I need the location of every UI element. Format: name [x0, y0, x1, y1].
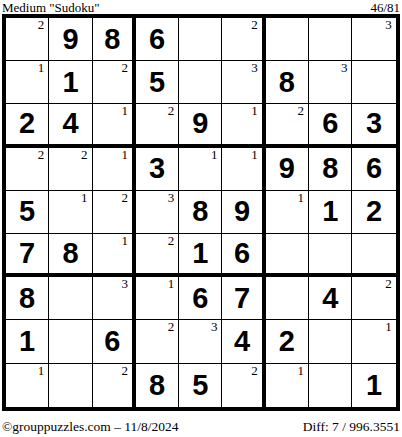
given-digit	[222, 104, 261, 143]
cell-r6c4[interactable]: 2	[136, 234, 179, 277]
given-digit	[179, 320, 221, 362]
given-digit: 9	[49, 18, 91, 60]
given-digit	[222, 61, 261, 103]
cell-r5c4[interactable]: 3	[136, 191, 179, 234]
given-digit: 5	[6, 191, 48, 233]
given-digit: 3	[136, 148, 178, 190]
cell-r1c5[interactable]	[179, 18, 222, 61]
cell-r5c8[interactable]: 1	[309, 191, 352, 234]
given-digit	[93, 148, 132, 190]
cell-r1c3[interactable]: 8	[93, 18, 136, 61]
cell-r5c6[interactable]: 9	[222, 191, 265, 234]
cell-r1c7[interactable]	[266, 18, 309, 61]
given-digit	[179, 18, 221, 60]
given-digit: 6	[222, 234, 261, 273]
cell-r6c8[interactable]	[309, 234, 352, 277]
cell-r9c1[interactable]: 1	[6, 364, 49, 407]
cell-r2c5[interactable]	[179, 61, 222, 104]
given-digit: 1	[49, 61, 91, 103]
cell-r8c4[interactable]: 2	[136, 320, 179, 363]
given-digit: 8	[93, 18, 132, 60]
cell-r9c6[interactable]: 2	[222, 364, 265, 407]
header: Medium "Sudoku" 46/81	[2, 1, 400, 14]
given-digit: 8	[179, 191, 221, 233]
given-digit	[179, 148, 221, 190]
cell-r1c2[interactable]: 9	[49, 18, 92, 61]
given-digit	[93, 234, 132, 273]
cell-r9c4[interactable]: 8	[136, 364, 179, 407]
cell-r6c2[interactable]: 8	[49, 234, 92, 277]
given-digit	[309, 234, 351, 273]
given-digit: 8	[49, 234, 91, 273]
given-digit	[136, 191, 178, 233]
cell-r3c2[interactable]: 4	[49, 104, 92, 147]
difficulty-text: Diff: 7 / 996.3551	[303, 420, 400, 434]
cell-r5c7[interactable]: 1	[266, 191, 309, 234]
cell-r8c7[interactable]: 2	[266, 320, 309, 363]
cell-r2c6[interactable]: 3	[222, 61, 265, 104]
cell-r8c5[interactable]: 3	[179, 320, 222, 363]
given-digit	[179, 61, 221, 103]
given-digit	[93, 104, 132, 143]
given-digit: 2	[6, 104, 48, 143]
given-digit: 6	[309, 104, 351, 143]
cell-r3c9[interactable]: 3	[352, 104, 395, 147]
cell-r3c5[interactable]: 9	[179, 104, 222, 147]
cell-r4c3[interactable]: 1	[93, 148, 136, 191]
cell-r9c8[interactable]	[309, 364, 352, 407]
given-digit	[309, 61, 351, 103]
given-digit: 9	[179, 104, 221, 143]
cell-r9c3[interactable]: 2	[93, 364, 136, 407]
cell-r5c9[interactable]: 2	[352, 191, 395, 234]
cell-r2c8[interactable]: 3	[309, 61, 352, 104]
given-digit	[136, 320, 178, 362]
cell-r4c7[interactable]: 9	[266, 148, 309, 191]
cell-r7c3[interactable]: 3	[93, 277, 136, 320]
given-digit	[49, 191, 91, 233]
cell-r1c1[interactable]: 2	[6, 18, 49, 61]
cell-r8c1[interactable]: 1	[6, 320, 49, 363]
cell-r7c1[interactable]: 8	[6, 277, 49, 320]
given-digit	[352, 277, 395, 319]
cell-r3c3[interactable]: 1	[93, 104, 136, 147]
given-digit: 4	[49, 104, 91, 143]
cell-r6c1[interactable]: 7	[6, 234, 49, 277]
given-digit: 8	[309, 148, 351, 190]
given-digit	[266, 18, 308, 60]
cell-r7c7[interactable]	[266, 277, 309, 320]
given-digit	[222, 364, 261, 407]
cell-r3c4[interactable]: 2	[136, 104, 179, 147]
cell-r1c6[interactable]: 2	[222, 18, 265, 61]
cell-r4c2[interactable]: 2	[49, 148, 92, 191]
cell-r4c9[interactable]: 6	[352, 148, 395, 191]
footer: ©grouppuzzles.com – 11/8/2024 Diff: 7 / …	[2, 420, 400, 434]
cell-r3c1[interactable]: 2	[6, 104, 49, 147]
cell-r2c2[interactable]: 1	[49, 61, 92, 104]
cell-r2c7[interactable]: 8	[266, 61, 309, 104]
cell-r3c8[interactable]: 6	[309, 104, 352, 147]
sudoku-page: Medium "Sudoku" 46/81 298623112538324129…	[0, 0, 402, 434]
cell-r2c1[interactable]: 1	[6, 61, 49, 104]
given-digit: 6	[136, 18, 178, 60]
given-digit: 1	[179, 234, 221, 273]
given-digit: 1	[6, 320, 48, 362]
cell-r1c8[interactable]	[309, 18, 352, 61]
given-digit	[222, 18, 261, 60]
cell-r6c9[interactable]	[352, 234, 395, 277]
copyright-text: ©grouppuzzles.com – 11/8/2024	[2, 420, 179, 434]
given-digit: 1	[352, 364, 395, 407]
cell-r5c5[interactable]: 8	[179, 191, 222, 234]
given-digit	[6, 364, 48, 407]
cell-r5c3[interactable]: 2	[93, 191, 136, 234]
cell-r8c3[interactable]: 6	[93, 320, 136, 363]
clue-counter: 46/81	[370, 1, 400, 14]
cell-r7c6[interactable]: 7	[222, 277, 265, 320]
cell-r4c6[interactable]: 1	[222, 148, 265, 191]
cell-r7c5[interactable]: 6	[179, 277, 222, 320]
given-digit	[93, 277, 132, 319]
cell-r8c8[interactable]	[309, 320, 352, 363]
cell-r9c2[interactable]	[49, 364, 92, 407]
cell-r9c7[interactable]: 1	[266, 364, 309, 407]
given-digit	[49, 364, 91, 407]
given-digit: 6	[93, 320, 132, 362]
given-digit: 8	[6, 277, 48, 319]
given-digit	[93, 191, 132, 233]
given-digit	[222, 148, 261, 190]
cell-r6c7[interactable]	[266, 234, 309, 277]
given-digit: 4	[309, 277, 351, 319]
cell-r6c5[interactable]: 1	[179, 234, 222, 277]
given-digit: 2	[352, 191, 395, 233]
cell-r9c5[interactable]: 5	[179, 364, 222, 407]
given-digit: 2	[266, 320, 308, 362]
given-digit	[309, 18, 351, 60]
given-digit	[266, 191, 308, 233]
given-digit: 5	[136, 61, 178, 103]
given-digit	[352, 61, 395, 103]
cell-r1c4[interactable]: 6	[136, 18, 179, 61]
given-digit: 9	[266, 148, 308, 190]
given-digit: 8	[136, 364, 178, 407]
given-digit	[352, 320, 395, 362]
given-digit	[6, 148, 48, 190]
given-digit	[309, 320, 351, 362]
cell-r7c4[interactable]: 1	[136, 277, 179, 320]
cell-r5c1[interactable]: 5	[6, 191, 49, 234]
given-digit	[352, 18, 395, 60]
given-digit	[136, 104, 178, 143]
given-digit	[266, 234, 308, 273]
cell-r9c9[interactable]: 1	[352, 364, 395, 407]
cell-r2c9[interactable]	[352, 61, 395, 104]
given-digit: 5	[179, 364, 221, 407]
given-digit	[266, 104, 308, 143]
given-digit	[49, 277, 91, 319]
given-digit: 7	[6, 234, 48, 273]
cell-r2c3[interactable]: 2	[93, 61, 136, 104]
cell-r5c2[interactable]: 1	[49, 191, 92, 234]
cell-r3c6[interactable]: 1	[222, 104, 265, 147]
given-digit	[6, 18, 48, 60]
cell-r8c6[interactable]: 4	[222, 320, 265, 363]
given-digit	[266, 364, 308, 407]
cell-r8c9[interactable]: 1	[352, 320, 395, 363]
given-digit: 3	[352, 104, 395, 143]
given-digit: 1	[309, 191, 351, 233]
given-digit	[309, 364, 351, 407]
cell-r4c4[interactable]: 3	[136, 148, 179, 191]
cell-r7c2[interactable]	[49, 277, 92, 320]
cell-r4c5[interactable]: 1	[179, 148, 222, 191]
given-digit	[136, 234, 178, 273]
cell-r4c8[interactable]: 8	[309, 148, 352, 191]
cell-r8c2[interactable]	[49, 320, 92, 363]
given-digit	[352, 234, 395, 273]
cell-r1c9[interactable]: 3	[352, 18, 395, 61]
given-digit	[93, 364, 132, 407]
cell-r2c4[interactable]: 5	[136, 61, 179, 104]
given-digit	[49, 320, 91, 362]
given-digit	[93, 61, 132, 103]
page-title: Medium "Sudoku"	[2, 1, 100, 14]
given-digit	[49, 148, 91, 190]
cell-r4c1[interactable]: 2	[6, 148, 49, 191]
given-digit: 6	[179, 277, 221, 319]
cell-r7c8[interactable]: 4	[309, 277, 352, 320]
given-digit: 8	[266, 61, 308, 103]
cell-r6c3[interactable]: 1	[93, 234, 136, 277]
cell-r3c7[interactable]: 2	[266, 104, 309, 147]
sudoku-board: 2986231125383241291263221311986512389112…	[2, 14, 400, 411]
cell-r7c9[interactable]: 2	[352, 277, 395, 320]
cell-r6c6[interactable]: 6	[222, 234, 265, 277]
given-digit: 7	[222, 277, 261, 319]
given-digit	[6, 61, 48, 103]
given-digit	[266, 277, 308, 319]
given-digit: 4	[222, 320, 261, 362]
given-digit	[136, 277, 178, 319]
given-digit: 9	[222, 191, 261, 233]
given-digit: 6	[352, 148, 395, 190]
